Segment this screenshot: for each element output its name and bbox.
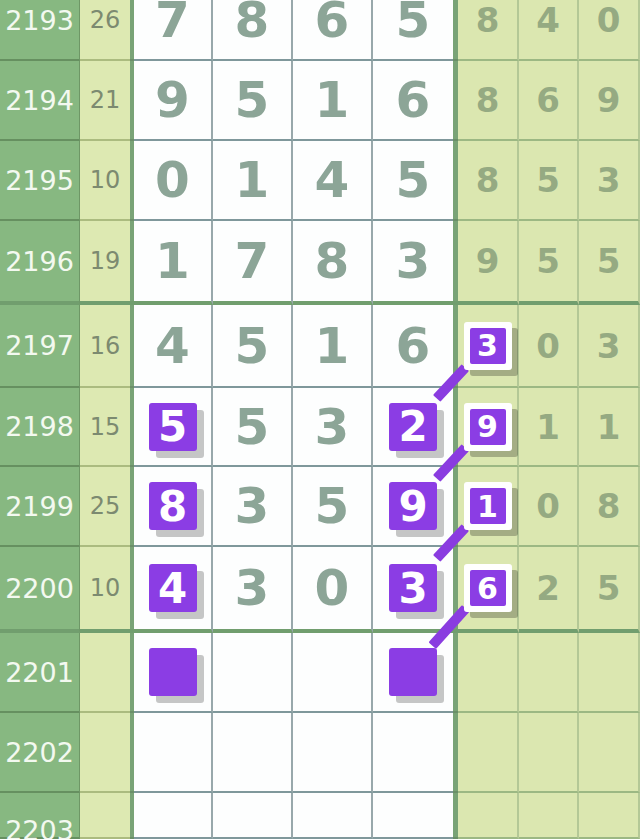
- digit-cell: 5: [134, 388, 213, 467]
- derived-value: 4: [536, 0, 560, 40]
- digit-value: 6: [315, 0, 350, 49]
- derived-cell: 5: [579, 221, 640, 305]
- digit-cell: [293, 713, 373, 793]
- derived-value: 2: [536, 568, 560, 608]
- derived-cell: 1: [458, 467, 519, 547]
- derived-cell: [579, 793, 640, 839]
- derived-cell: [458, 633, 519, 713]
- highlight-square-bordered: 3: [464, 322, 512, 370]
- highlight-square-inner: 6: [470, 570, 506, 606]
- highlight-square: 8: [149, 482, 197, 530]
- digit-value: 1: [155, 232, 190, 290]
- derived-cell: [519, 713, 579, 793]
- derived-cell: 3: [579, 305, 640, 388]
- digit-cell: [213, 793, 293, 839]
- digit-value: 0: [155, 151, 190, 209]
- digit-cell: 0: [293, 547, 373, 633]
- digit-value: 4: [158, 564, 187, 613]
- sum-value: 26: [90, 6, 121, 34]
- digit-value: 1: [315, 317, 350, 375]
- derived-value: 0: [536, 326, 560, 366]
- digit-value: 7: [235, 232, 270, 290]
- period-label: 2200: [0, 547, 80, 633]
- digit-value: 5: [315, 477, 350, 535]
- derived-cell: 3: [579, 141, 640, 221]
- derived-value: 5: [597, 241, 621, 281]
- derived-cell: 5: [519, 221, 579, 305]
- highlight-square-inner: 3: [470, 328, 506, 364]
- digit-cell: 3: [213, 547, 293, 633]
- derived-value: 5: [536, 160, 560, 200]
- derived-value: 6: [536, 80, 560, 120]
- period-value: 2195: [5, 165, 74, 196]
- derived-cell: 9: [579, 61, 640, 141]
- period-value: 2198: [5, 411, 74, 442]
- sum-cell: [80, 793, 130, 839]
- highlight-square-inner: 1: [470, 488, 506, 524]
- derived-cell: 9: [458, 388, 519, 467]
- period-value: 2200: [5, 573, 74, 604]
- sum-cell: [80, 713, 130, 793]
- derived-cell: 6: [458, 547, 519, 633]
- period-label: 2197: [0, 305, 80, 388]
- digit-value: 6: [396, 317, 431, 375]
- derived-cell: [579, 713, 640, 793]
- digit-value: 7: [155, 0, 190, 49]
- derived-value: 3: [597, 326, 621, 366]
- derived-cell: 2: [519, 547, 579, 633]
- digit-cell: 0: [134, 141, 213, 221]
- derived-cell: [458, 793, 519, 839]
- digit-value: 1: [235, 151, 270, 209]
- sum-value: 10: [90, 574, 121, 602]
- derived-value: 5: [597, 568, 621, 608]
- lottery-trend-chart: 2193267865840219421951686921951001458532…: [0, 0, 640, 839]
- derived-cell: [579, 633, 640, 713]
- period-label: 2195: [0, 141, 80, 221]
- digit-value: 0: [315, 559, 350, 617]
- digit-cell: [134, 633, 213, 713]
- digit-value: 5: [396, 0, 431, 49]
- digit-value: 4: [155, 317, 190, 375]
- digit-cell: 4: [293, 141, 373, 221]
- digit-cell: 5: [213, 305, 293, 388]
- period-value: 2194: [5, 85, 74, 116]
- derived-cell: 1: [579, 388, 640, 467]
- digit-value: 3: [235, 477, 270, 535]
- derived-cell: [458, 713, 519, 793]
- derived-value: 8: [476, 0, 500, 40]
- derived-cell: 5: [579, 547, 640, 633]
- derived-value: 1: [477, 489, 498, 524]
- digit-cell: 9: [134, 61, 213, 141]
- digit-cell: 9: [373, 467, 453, 547]
- derived-cell: 6: [519, 61, 579, 141]
- derived-cell: 5: [519, 141, 579, 221]
- highlight-square: 4: [149, 564, 197, 612]
- derived-value: 1: [597, 407, 621, 447]
- digit-value: 1: [315, 71, 350, 129]
- derived-cell: 8: [579, 467, 640, 547]
- digit-value: 5: [235, 317, 270, 375]
- highlight-square: 3: [389, 564, 437, 612]
- digit-value: 5: [235, 71, 270, 129]
- derived-value: 0: [536, 486, 560, 526]
- sum-cell: 26: [80, 0, 130, 61]
- digit-cell: 5: [373, 141, 453, 221]
- period-value: 2197: [5, 330, 74, 361]
- digit-cell: [213, 713, 293, 793]
- period-label: 2202: [0, 713, 80, 793]
- digit-cell: 8: [293, 221, 373, 305]
- digit-cell: [293, 793, 373, 839]
- derived-value: 8: [476, 80, 500, 120]
- digit-value: 3: [315, 398, 350, 456]
- sum-value: 19: [90, 247, 121, 275]
- period-value: 2199: [5, 491, 74, 522]
- digit-value: 5: [396, 151, 431, 209]
- derived-cell: 0: [519, 305, 579, 388]
- sum-cell: 10: [80, 141, 130, 221]
- digit-cell: 3: [373, 221, 453, 305]
- digit-value: 5: [235, 398, 270, 456]
- digit-cell: 5: [213, 61, 293, 141]
- sum-cell: [80, 633, 130, 713]
- derived-cell: [519, 793, 579, 839]
- period-label: 2199: [0, 467, 80, 547]
- digit-cell: 2: [373, 388, 453, 467]
- sum-cell: 10: [80, 547, 130, 633]
- digit-value: 8: [315, 232, 350, 290]
- digit-cell: 8: [134, 467, 213, 547]
- digit-cell: [134, 793, 213, 839]
- highlight-square-bordered: 6: [464, 564, 512, 612]
- digit-cell: [213, 633, 293, 713]
- derived-cell: 9: [458, 221, 519, 305]
- derived-value: 6: [477, 571, 498, 606]
- derived-cell: 8: [458, 61, 519, 141]
- highlight-square: [389, 648, 437, 696]
- derived-value: 3: [477, 328, 498, 363]
- sum-value: 15: [90, 413, 121, 441]
- digit-cell: [373, 633, 453, 713]
- digit-value: 3: [398, 564, 427, 613]
- highlight-square-bordered: 9: [464, 403, 512, 451]
- digit-cell: 1: [213, 141, 293, 221]
- sum-cell: 19: [80, 221, 130, 305]
- digit-cell: 8: [213, 0, 293, 61]
- highlight-square: [149, 648, 197, 696]
- digit-value: 5: [158, 402, 187, 451]
- period-label: 2198: [0, 388, 80, 467]
- digit-cell: [373, 713, 453, 793]
- digit-value: 8: [158, 482, 187, 531]
- period-label: 2194: [0, 61, 80, 141]
- digit-cell: 4: [134, 547, 213, 633]
- derived-cell: 3: [458, 305, 519, 388]
- trend-grid: 2193267865840219421951686921951001458532…: [0, 0, 640, 839]
- highlight-square: 2: [389, 403, 437, 451]
- digit-value: 9: [155, 71, 190, 129]
- derived-cell: 8: [458, 0, 519, 61]
- digit-value: 3: [396, 232, 431, 290]
- derived-cell: [519, 633, 579, 713]
- derived-value: 9: [597, 80, 621, 120]
- derived-value: 9: [477, 409, 498, 444]
- digit-cell: 1: [293, 61, 373, 141]
- derived-cell: 0: [519, 467, 579, 547]
- digit-cell: 5: [373, 0, 453, 61]
- digit-cell: 5: [213, 388, 293, 467]
- derived-value: 1: [536, 407, 560, 447]
- highlight-square: 5: [149, 403, 197, 451]
- digit-cell: 1: [293, 305, 373, 388]
- digit-cell: 1: [134, 221, 213, 305]
- highlight-square-bordered: 1: [464, 482, 512, 530]
- digit-cell: [293, 633, 373, 713]
- digit-cell: 6: [293, 0, 373, 61]
- sum-value: 16: [90, 332, 121, 360]
- digit-cell: 3: [293, 388, 373, 467]
- sum-value: 25: [90, 492, 121, 520]
- derived-cell: 0: [579, 0, 640, 61]
- digit-cell: 7: [134, 0, 213, 61]
- derived-cell: 4: [519, 0, 579, 61]
- period-value: 2202: [5, 737, 74, 768]
- sum-cell: 25: [80, 467, 130, 547]
- digit-value: 9: [398, 482, 427, 531]
- digit-value: 3: [235, 559, 270, 617]
- digit-cell: 7: [213, 221, 293, 305]
- highlight-square-inner: 9: [470, 409, 506, 445]
- derived-value: 8: [476, 160, 500, 200]
- digit-cell: 6: [373, 305, 453, 388]
- derived-cell: 8: [458, 141, 519, 221]
- derived-value: 8: [597, 486, 621, 526]
- sum-value: 10: [90, 166, 121, 194]
- digit-cell: 3: [213, 467, 293, 547]
- period-label: 2196: [0, 221, 80, 305]
- digit-cell: 6: [373, 61, 453, 141]
- digit-cell: [134, 713, 213, 793]
- period-label: 2201: [0, 633, 80, 713]
- digit-cell: 4: [134, 305, 213, 388]
- derived-value: 3: [597, 160, 621, 200]
- period-value: 2196: [5, 246, 74, 277]
- digit-value: 2: [398, 402, 427, 451]
- period-value: 2193: [5, 5, 74, 36]
- sum-cell: 21: [80, 61, 130, 141]
- period-value: 2201: [5, 657, 74, 688]
- digit-value: 4: [315, 151, 350, 209]
- derived-cell: 1: [519, 388, 579, 467]
- derived-value: 5: [536, 241, 560, 281]
- digit-cell: 3: [373, 547, 453, 633]
- period-value: 2203: [5, 815, 74, 839]
- digit-cell: [373, 793, 453, 839]
- derived-value: 9: [476, 241, 500, 281]
- digit-value: 6: [396, 71, 431, 129]
- period-label: 2203: [0, 793, 80, 839]
- sum-value: 21: [90, 86, 121, 114]
- sum-cell: 16: [80, 305, 130, 388]
- sum-cell: 15: [80, 388, 130, 467]
- derived-value: 0: [597, 0, 621, 40]
- period-label: 2193: [0, 0, 80, 61]
- digit-cell: 5: [293, 467, 373, 547]
- digit-value: 8: [235, 0, 270, 49]
- highlight-square: 9: [389, 482, 437, 530]
